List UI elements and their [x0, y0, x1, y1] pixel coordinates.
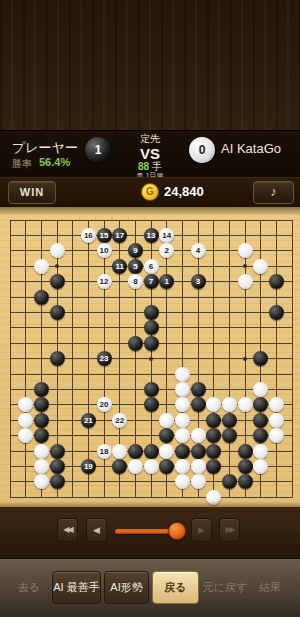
black-stone-move-11: 11	[112, 259, 127, 274]
white-stone-move-2: 2	[159, 243, 174, 258]
white-stone-move-6: 6	[144, 259, 159, 274]
white-stone-move-12: 12	[97, 274, 112, 289]
white-stone	[34, 459, 49, 474]
grid-line	[10, 220, 11, 498]
white-stone	[175, 459, 190, 474]
white-stone-move-22: 22	[112, 413, 127, 428]
white-stone	[34, 444, 49, 459]
black-stone	[144, 336, 159, 351]
white-stone	[175, 367, 190, 382]
grid-line	[72, 220, 73, 498]
white-stone	[175, 428, 190, 443]
star-point	[243, 264, 247, 268]
black-stone	[128, 444, 143, 459]
black-stone	[34, 290, 49, 305]
white-stone	[18, 397, 33, 412]
black-stone	[253, 397, 268, 412]
white-stone	[253, 459, 268, 474]
white-stone-move-10: 10	[97, 243, 112, 258]
black-stone	[50, 444, 65, 459]
black-stone	[206, 444, 221, 459]
black-stone-move-9: 9	[128, 243, 143, 258]
star-point	[149, 357, 153, 361]
player-bar: プレーヤー 勝率 56.4% 1 定先 VS 88 手 黒 1目勝 0 AI K…	[0, 130, 300, 177]
black-stone	[50, 305, 65, 320]
white-stone	[128, 459, 143, 474]
ai-name: AI KataGo	[221, 141, 281, 156]
white-stone-move-14: 14	[159, 228, 174, 243]
black-stone	[222, 413, 237, 428]
black-stone-move-21: 21	[81, 413, 96, 428]
grid-line	[10, 374, 293, 375]
step-back-button[interactable]: ◀	[86, 518, 107, 542]
white-stone-move-8: 8	[128, 274, 143, 289]
white-stone-move-4: 4	[191, 243, 206, 258]
black-stone	[253, 413, 268, 428]
black-stone-move-17: 17	[112, 228, 127, 243]
player-name: プレーヤー	[12, 139, 78, 157]
black-stone-move-15: 15	[97, 228, 112, 243]
black-stone-move-13: 13	[144, 228, 159, 243]
black-stone	[50, 474, 65, 489]
go-app: プレーヤー 勝率 56.4% 1 定先 VS 88 手 黒 1目勝 0 AI K…	[0, 0, 300, 617]
grid-line	[10, 420, 293, 421]
white-stone	[175, 382, 190, 397]
black-stone	[112, 459, 127, 474]
move-unit: 手	[152, 161, 162, 172]
white-stone	[253, 382, 268, 397]
black-stone	[269, 305, 284, 320]
white-stone	[175, 413, 190, 428]
white-stone	[253, 259, 268, 274]
black-stone	[175, 444, 190, 459]
black-stone-move-23: 23	[97, 351, 112, 366]
white-stone	[206, 490, 221, 505]
white-stone	[253, 444, 268, 459]
wood-background	[0, 0, 300, 130]
white-stone	[206, 397, 221, 412]
white-stone	[144, 459, 159, 474]
go-board[interactable]: 1615171314109241156128713232021221819	[0, 207, 300, 507]
winrate-label: 勝率	[12, 157, 32, 171]
white-stone	[191, 428, 206, 443]
back-button[interactable]: 戻る	[152, 571, 199, 604]
white-stone	[238, 274, 253, 289]
winrate-value: 56.4%	[39, 156, 70, 168]
result-button[interactable]: 結果	[251, 571, 289, 604]
move-number: 88	[138, 161, 149, 172]
black-stone	[144, 305, 159, 320]
black-stone	[144, 444, 159, 459]
coin-bar: WIN G 24,840 ♪	[0, 177, 300, 207]
black-stone	[206, 459, 221, 474]
black-stone	[159, 428, 174, 443]
black-stone	[159, 459, 174, 474]
white-stone	[159, 444, 174, 459]
grid-line	[292, 220, 293, 498]
black-stone-move-5: 5	[128, 259, 143, 274]
black-stone-move-7: 7	[144, 274, 159, 289]
ai-evaluation-button[interactable]: AI形勢	[104, 571, 149, 604]
black-stone	[222, 428, 237, 443]
step-forward-button[interactable]: ▶	[191, 518, 212, 542]
white-stone-move-20: 20	[97, 397, 112, 412]
grid-line	[25, 220, 26, 498]
white-stone	[238, 243, 253, 258]
grid-line	[10, 297, 293, 298]
black-stone	[238, 474, 253, 489]
white-stone	[269, 413, 284, 428]
black-stone	[191, 382, 206, 397]
move-count: 88 手	[118, 161, 182, 172]
white-stone	[112, 444, 127, 459]
grid-line	[88, 220, 89, 498]
white-stone	[222, 397, 237, 412]
handicap-label: 定先	[118, 132, 182, 146]
grid-line	[10, 435, 293, 436]
white-stone	[18, 428, 33, 443]
white-stone	[50, 243, 65, 258]
black-stone	[34, 413, 49, 428]
black-stone	[191, 397, 206, 412]
white-stone	[18, 413, 33, 428]
grid-line	[229, 220, 230, 498]
vs-block: 定先 VS 88 手 黒 1目勝	[118, 131, 182, 180]
fast-forward-button[interactable]: ▶▶	[219, 518, 240, 542]
coin-amount: 24,840	[164, 184, 204, 199]
win-button[interactable]: WIN	[8, 181, 56, 204]
black-stone	[50, 351, 65, 366]
vs-label: VS	[118, 146, 182, 161]
white-stone	[34, 259, 49, 274]
white-stone	[191, 459, 206, 474]
black-stone	[34, 382, 49, 397]
black-stone	[253, 351, 268, 366]
grid-line	[276, 220, 277, 498]
white-stone	[34, 474, 49, 489]
black-stone	[50, 274, 65, 289]
black-stone	[222, 474, 237, 489]
coin-icon: G	[141, 183, 159, 201]
black-stone	[238, 444, 253, 459]
grid-line	[10, 497, 293, 498]
leave-button[interactable]: 去る	[10, 571, 48, 604]
black-stone	[50, 459, 65, 474]
black-stone	[34, 397, 49, 412]
black-stone	[269, 274, 284, 289]
restore-button[interactable]: 元に戻す	[202, 571, 248, 604]
grid-line	[10, 220, 293, 221]
black-score-stone: 1	[85, 137, 111, 163]
black-stone-move-1: 1	[159, 274, 174, 289]
white-stone-move-18: 18	[97, 444, 112, 459]
rewind-button[interactable]: ◀◀	[57, 518, 78, 542]
star-point	[243, 357, 247, 361]
music-note-icon[interactable]: ♪	[253, 181, 294, 204]
white-stone	[238, 397, 253, 412]
white-stone	[269, 397, 284, 412]
white-stone-move-16: 16	[81, 228, 96, 243]
white-stone	[175, 397, 190, 412]
black-stone	[128, 336, 143, 351]
white-score-stone: 0	[189, 137, 215, 163]
playback-slider-knob[interactable]	[168, 522, 186, 540]
black-stone	[144, 382, 159, 397]
white-stone	[175, 474, 190, 489]
black-stone	[206, 428, 221, 443]
black-stone	[206, 413, 221, 428]
white-stone	[269, 428, 284, 443]
black-stone-move-19: 19	[81, 459, 96, 474]
black-stone-move-3: 3	[191, 274, 206, 289]
black-stone	[253, 428, 268, 443]
white-stone	[159, 413, 174, 428]
bottom-toolbar: 去る AI 最善手 AI形勢 戻る 元に戻す 結果	[0, 558, 300, 617]
black-stone	[34, 428, 49, 443]
black-stone	[144, 397, 159, 412]
ai-best-move-button[interactable]: AI 最善手	[52, 571, 101, 604]
white-stone	[191, 474, 206, 489]
black-stone	[238, 459, 253, 474]
black-stone	[144, 320, 159, 335]
star-point	[55, 264, 59, 268]
black-stone	[191, 444, 206, 459]
